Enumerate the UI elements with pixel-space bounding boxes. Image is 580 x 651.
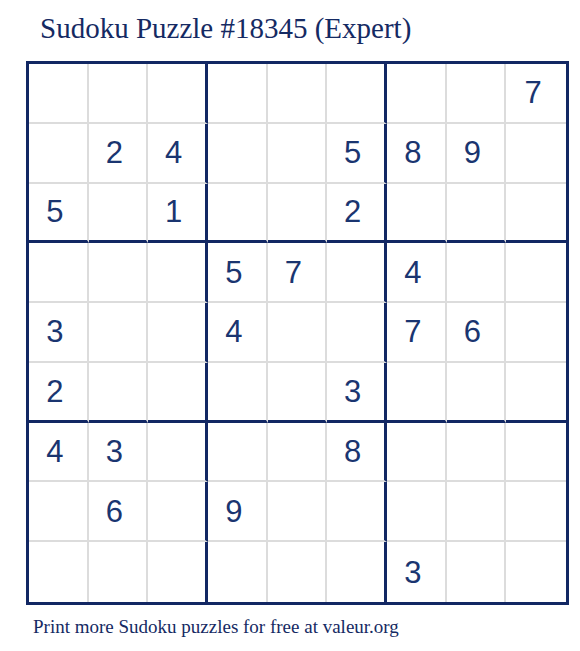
cell-r2c3: 4 bbox=[148, 124, 208, 184]
cell-r4c3 bbox=[148, 243, 208, 303]
cell-r1c7 bbox=[387, 64, 447, 124]
cell-r5c9 bbox=[506, 303, 566, 363]
cell-r1c2 bbox=[89, 64, 149, 124]
cell-r5c8: 6 bbox=[447, 303, 507, 363]
cell-r9c1 bbox=[29, 542, 89, 602]
cell-r6c7 bbox=[387, 363, 447, 423]
cell-r9c7: 3 bbox=[387, 542, 447, 602]
cell-r8c7 bbox=[387, 482, 447, 542]
cell-r8c6 bbox=[327, 482, 387, 542]
cell-r3c8 bbox=[447, 184, 507, 244]
cell-r4c9 bbox=[506, 243, 566, 303]
cell-r5c5 bbox=[268, 303, 328, 363]
cell-r1c8 bbox=[447, 64, 507, 124]
cell-r5c1: 3 bbox=[29, 303, 89, 363]
page-title: Sudoku Puzzle #18345 (Expert) bbox=[40, 12, 411, 45]
cell-r6c2 bbox=[89, 363, 149, 423]
cell-r2c5 bbox=[268, 124, 328, 184]
cell-r3c2 bbox=[89, 184, 149, 244]
cell-r5c7: 7 bbox=[387, 303, 447, 363]
cell-r7c8 bbox=[447, 423, 507, 483]
cell-r2c4 bbox=[208, 124, 268, 184]
cell-r1c4 bbox=[208, 64, 268, 124]
cell-r2c9 bbox=[506, 124, 566, 184]
cell-r4c2 bbox=[89, 243, 149, 303]
cell-r6c8 bbox=[447, 363, 507, 423]
cell-r3c4 bbox=[208, 184, 268, 244]
cell-r4c7: 4 bbox=[387, 243, 447, 303]
cell-r9c4 bbox=[208, 542, 268, 602]
cell-r7c6: 8 bbox=[327, 423, 387, 483]
cell-r8c2: 6 bbox=[89, 482, 149, 542]
cell-r9c5 bbox=[268, 542, 328, 602]
cell-r6c9 bbox=[506, 363, 566, 423]
cell-r4c8 bbox=[447, 243, 507, 303]
cell-r8c5 bbox=[268, 482, 328, 542]
cell-r7c1: 4 bbox=[29, 423, 89, 483]
cell-r3c1: 5 bbox=[29, 184, 89, 244]
cell-r2c2: 2 bbox=[89, 124, 149, 184]
cell-r6c1: 2 bbox=[29, 363, 89, 423]
cell-r3c9 bbox=[506, 184, 566, 244]
cell-r9c8 bbox=[447, 542, 507, 602]
cell-r7c5 bbox=[268, 423, 328, 483]
cell-r3c5 bbox=[268, 184, 328, 244]
cell-r9c6 bbox=[327, 542, 387, 602]
cell-r8c8 bbox=[447, 482, 507, 542]
cell-r2c6: 5 bbox=[327, 124, 387, 184]
cell-r5c6 bbox=[327, 303, 387, 363]
cell-r1c3 bbox=[148, 64, 208, 124]
cell-r5c4: 4 bbox=[208, 303, 268, 363]
cell-r9c9 bbox=[506, 542, 566, 602]
cell-r6c6: 3 bbox=[327, 363, 387, 423]
cell-r8c1 bbox=[29, 482, 89, 542]
cell-r6c4 bbox=[208, 363, 268, 423]
cell-r1c6 bbox=[327, 64, 387, 124]
cell-r6c3 bbox=[148, 363, 208, 423]
cell-r4c6 bbox=[327, 243, 387, 303]
footer-note: Print more Sudoku puzzles for free at va… bbox=[33, 616, 399, 638]
cell-r1c9: 7 bbox=[506, 64, 566, 124]
sudoku-grid: 724589512574347623438693 bbox=[26, 61, 569, 605]
cell-r2c7: 8 bbox=[387, 124, 447, 184]
cell-r9c3 bbox=[148, 542, 208, 602]
cell-r3c6: 2 bbox=[327, 184, 387, 244]
cell-r8c3 bbox=[148, 482, 208, 542]
cell-r2c1 bbox=[29, 124, 89, 184]
cell-r2c8: 9 bbox=[447, 124, 507, 184]
cell-r5c3 bbox=[148, 303, 208, 363]
cell-r7c7 bbox=[387, 423, 447, 483]
cell-r5c2 bbox=[89, 303, 149, 363]
cell-r3c3: 1 bbox=[148, 184, 208, 244]
cell-r8c9 bbox=[506, 482, 566, 542]
cell-r6c5 bbox=[268, 363, 328, 423]
cell-r4c1 bbox=[29, 243, 89, 303]
cell-r7c4 bbox=[208, 423, 268, 483]
cell-r1c5 bbox=[268, 64, 328, 124]
cell-r4c5: 7 bbox=[268, 243, 328, 303]
cell-r8c4: 9 bbox=[208, 482, 268, 542]
cell-r4c4: 5 bbox=[208, 243, 268, 303]
cell-r7c9 bbox=[506, 423, 566, 483]
cell-r7c2: 3 bbox=[89, 423, 149, 483]
cell-r3c7 bbox=[387, 184, 447, 244]
cell-r7c3 bbox=[148, 423, 208, 483]
cell-r1c1 bbox=[29, 64, 89, 124]
cell-r9c2 bbox=[89, 542, 149, 602]
